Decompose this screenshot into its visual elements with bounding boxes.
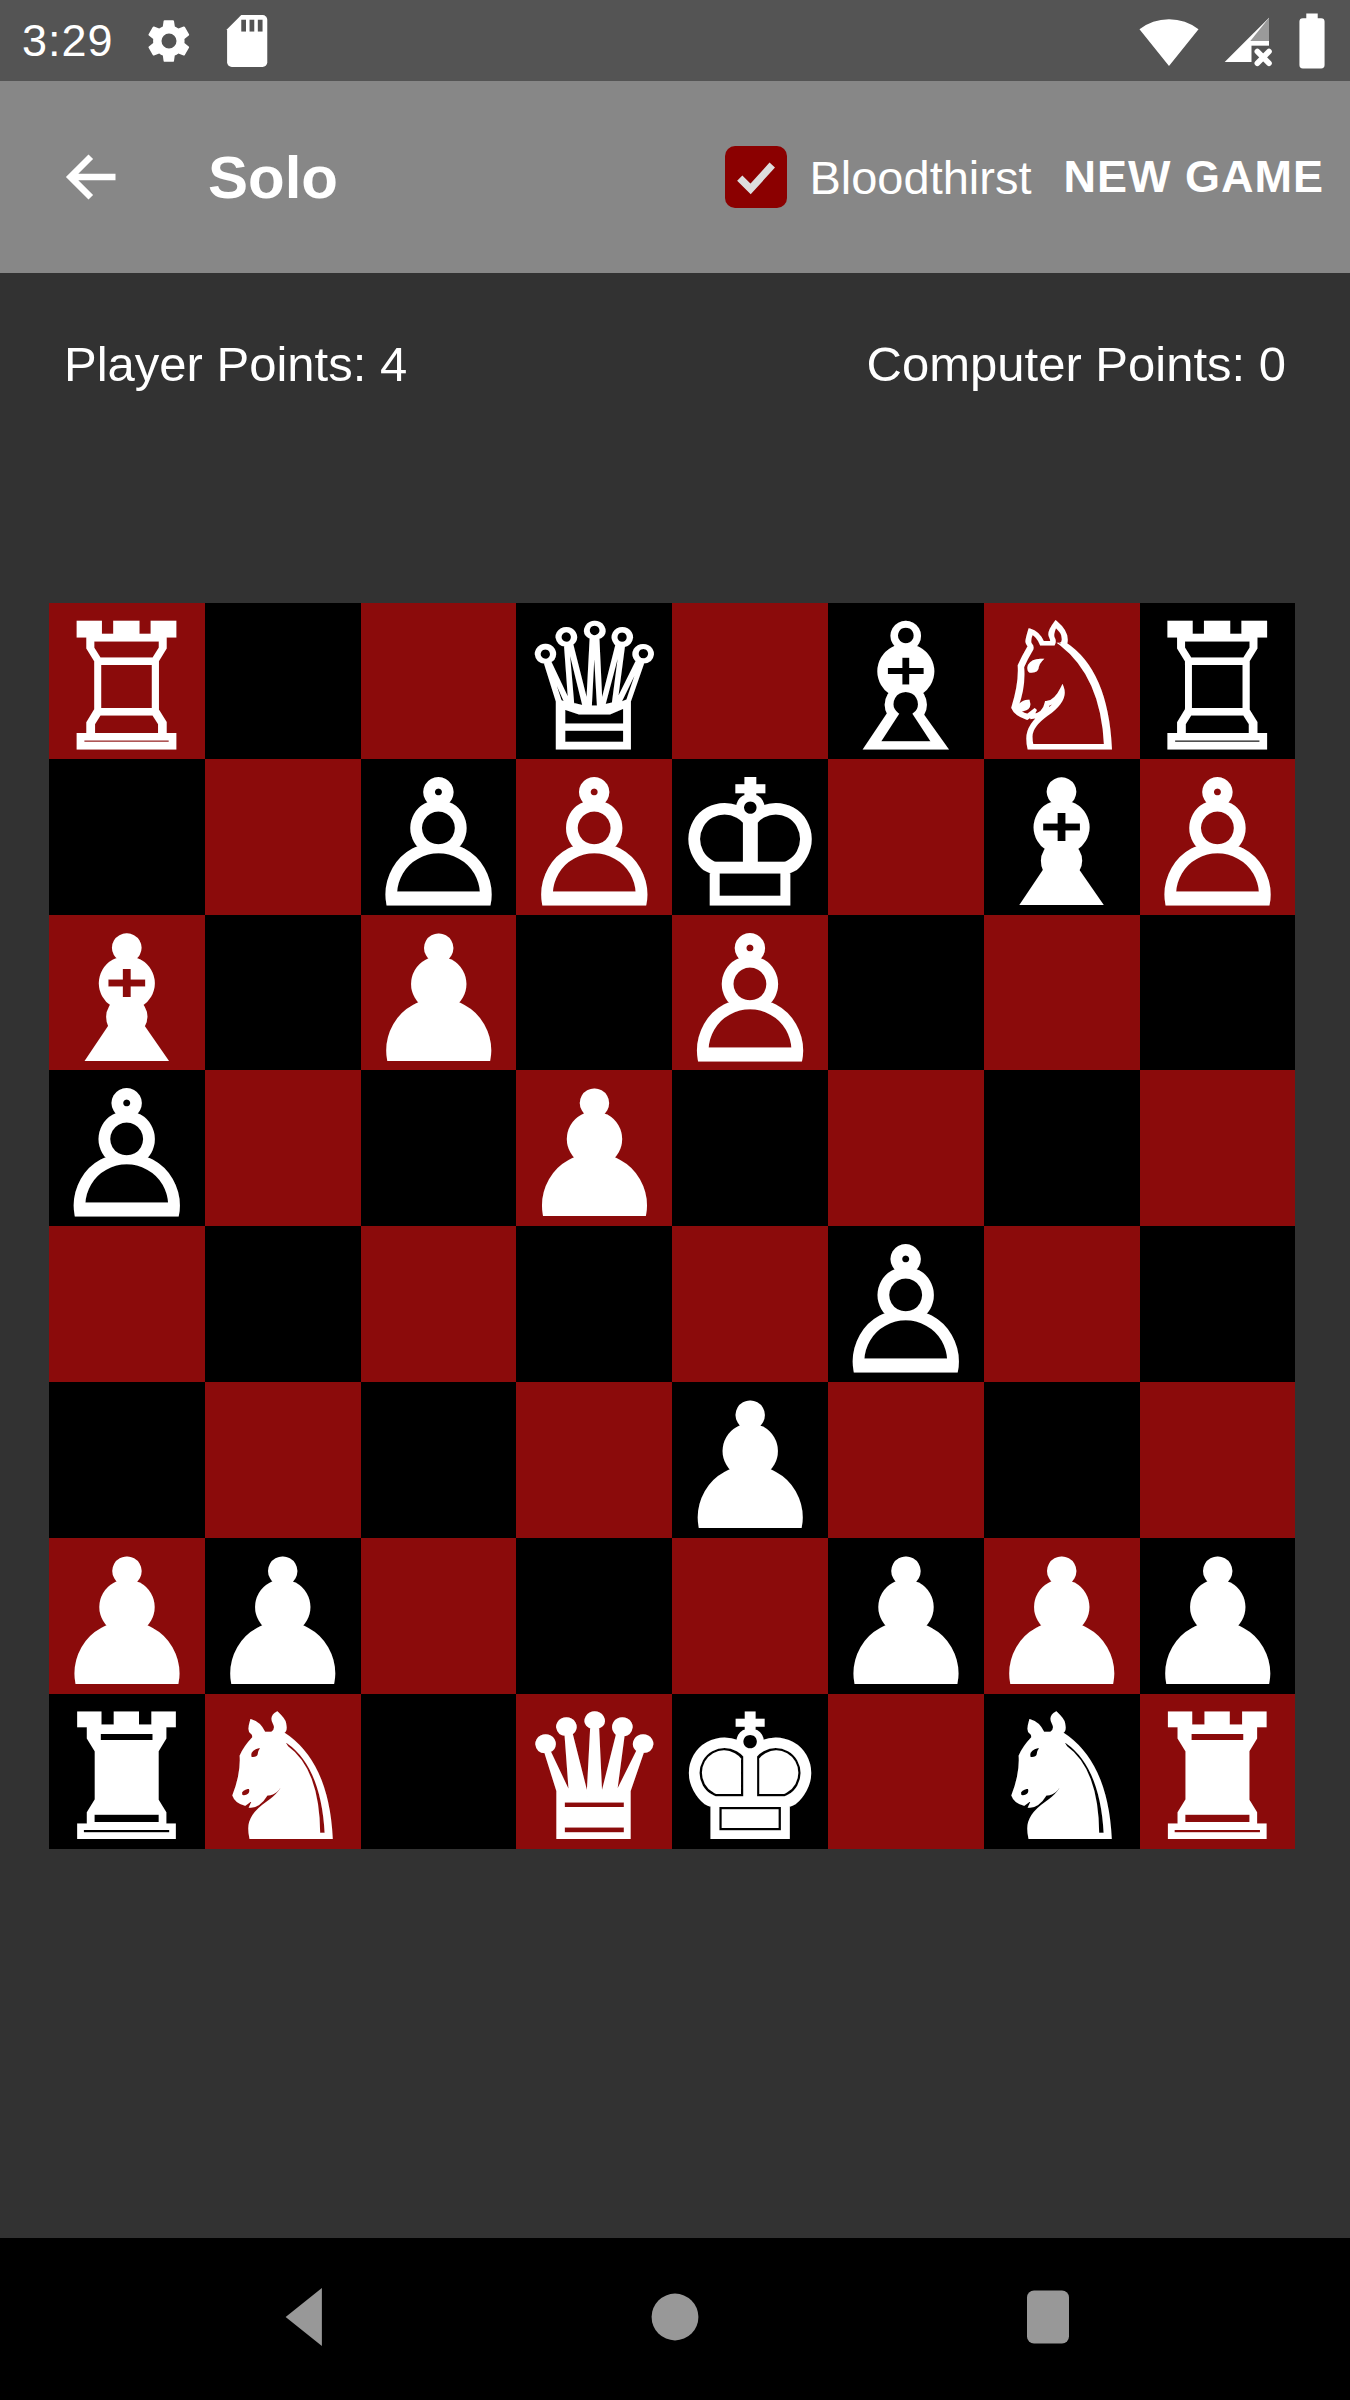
- bloodthirst-checkbox[interactable]: [725, 146, 787, 208]
- square-a7[interactable]: [49, 759, 205, 915]
- square-b4[interactable]: [205, 1226, 361, 1382]
- piece-player-knight: ♞: [206, 1693, 360, 1865]
- square-d6[interactable]: [516, 915, 672, 1071]
- square-e8[interactable]: [672, 603, 828, 759]
- square-h3[interactable]: [1140, 1382, 1296, 1538]
- square-b2[interactable]: ♟: [205, 1538, 361, 1694]
- square-f2[interactable]: ♟: [828, 1538, 984, 1694]
- square-c1[interactable]: [361, 1694, 517, 1850]
- piece-player-queen: ♛: [517, 1693, 671, 1865]
- android-nav-bar: [0, 2238, 1350, 2400]
- square-c6[interactable]: ♟: [361, 915, 517, 1071]
- piece-computer-pawn: ♙: [673, 915, 827, 1087]
- check-icon: [730, 151, 782, 203]
- square-a5[interactable]: ♙: [49, 1070, 205, 1226]
- square-a8[interactable]: ♖: [49, 603, 205, 759]
- square-h6[interactable]: [1140, 915, 1296, 1071]
- square-c8[interactable]: [361, 603, 517, 759]
- square-a6[interactable]: ♝: [49, 915, 205, 1071]
- square-g6[interactable]: [984, 915, 1140, 1071]
- square-e4[interactable]: [672, 1226, 828, 1382]
- square-f3[interactable]: [828, 1382, 984, 1538]
- piece-player-king: ♚: [673, 1693, 827, 1865]
- square-f1[interactable]: [828, 1694, 984, 1850]
- square-h2[interactable]: ♟: [1140, 1538, 1296, 1694]
- score-row: Player Points: 4 Computer Points: 0: [0, 336, 1350, 392]
- square-a4[interactable]: [49, 1226, 205, 1382]
- status-time: 3:29: [22, 15, 114, 67]
- square-c7[interactable]: ♙: [361, 759, 517, 915]
- square-b6[interactable]: [205, 915, 361, 1071]
- square-g4[interactable]: [984, 1226, 1140, 1382]
- square-d5[interactable]: ♟: [516, 1070, 672, 1226]
- square-e6[interactable]: ♙: [672, 915, 828, 1071]
- square-c3[interactable]: [361, 1382, 517, 1538]
- square-d2[interactable]: [516, 1538, 672, 1694]
- square-a3[interactable]: [49, 1382, 205, 1538]
- square-d7[interactable]: ♙: [516, 759, 672, 915]
- square-g3[interactable]: [984, 1382, 1140, 1538]
- square-b5[interactable]: [205, 1070, 361, 1226]
- piece-player-rook: ♜: [1140, 1693, 1294, 1865]
- battery-icon: [1296, 13, 1328, 69]
- wifi-icon: [1138, 16, 1200, 66]
- square-b1[interactable]: ♞: [205, 1694, 361, 1850]
- piece-player-knight: ♞: [985, 1693, 1139, 1865]
- piece-player-rook: ♜: [50, 1693, 204, 1865]
- sd-card-icon: [224, 15, 268, 67]
- square-e5[interactable]: [672, 1070, 828, 1226]
- square-a1[interactable]: ♜: [49, 1694, 205, 1850]
- piece-computer-pawn: ♙: [50, 1070, 204, 1242]
- square-d8[interactable]: ♕: [516, 603, 672, 759]
- bloodthirst-label[interactable]: Bloodthirst: [809, 150, 1031, 205]
- square-h8[interactable]: ♖: [1140, 603, 1296, 759]
- page-title: Solo: [208, 143, 338, 212]
- square-e2[interactable]: [672, 1538, 828, 1694]
- app-screen: 3:29: [0, 0, 1350, 2400]
- computer-points-label: Computer Points: 0: [867, 336, 1286, 392]
- square-c5[interactable]: [361, 1070, 517, 1226]
- square-f5[interactable]: [828, 1070, 984, 1226]
- square-h7[interactable]: ♙: [1140, 759, 1296, 915]
- piece-computer-bishop: ♗: [829, 603, 983, 775]
- square-a2[interactable]: ♟: [49, 1538, 205, 1694]
- square-d1[interactable]: ♛: [516, 1694, 672, 1850]
- settings-gear-icon: [144, 16, 194, 66]
- square-f6[interactable]: [828, 915, 984, 1071]
- square-f7[interactable]: [828, 759, 984, 915]
- square-g7[interactable]: ♝: [984, 759, 1140, 915]
- square-f8[interactable]: ♗: [828, 603, 984, 759]
- piece-computer-pawn: ♙: [829, 1226, 983, 1398]
- piece-player-pawn: ♟: [361, 915, 515, 1087]
- piece-computer-pawn: ♙: [1140, 759, 1294, 931]
- cell-signal-no-sim-icon: [1220, 13, 1276, 69]
- app-bar: Solo Bloodthirst NEW GAME: [0, 81, 1350, 273]
- piece-computer-pawn: ♙: [517, 759, 671, 931]
- piece-player-pawn: ♟: [517, 1070, 671, 1242]
- square-g8[interactable]: ♘: [984, 603, 1140, 759]
- nav-back-icon[interactable]: [281, 2288, 325, 2350]
- square-f4[interactable]: ♙: [828, 1226, 984, 1382]
- piece-player-pawn: ♟: [829, 1538, 983, 1710]
- new-game-button[interactable]: NEW GAME: [1064, 151, 1325, 203]
- chess-board: ♖♕♗♘♖♙♙♔♝♙♝♟♙♙♟♙♟♟♟♟♟♟♜♞♛♚♞♜: [49, 603, 1295, 1849]
- square-b7[interactable]: [205, 759, 361, 915]
- square-d4[interactable]: [516, 1226, 672, 1382]
- status-bar: 3:29: [0, 0, 1350, 81]
- piece-player-bishop: ♝: [985, 759, 1139, 931]
- square-h5[interactable]: [1140, 1070, 1296, 1226]
- nav-recents-icon[interactable]: [1025, 2289, 1071, 2349]
- square-d3[interactable]: [516, 1382, 672, 1538]
- square-g1[interactable]: ♞: [984, 1694, 1140, 1850]
- piece-player-pawn: ♟: [673, 1382, 827, 1554]
- square-c4[interactable]: [361, 1226, 517, 1382]
- square-h4[interactable]: [1140, 1226, 1296, 1382]
- square-e7[interactable]: ♔: [672, 759, 828, 915]
- player-points-label: Player Points: 4: [64, 336, 407, 392]
- square-h1[interactable]: ♜: [1140, 1694, 1296, 1850]
- back-arrow-icon[interactable]: [60, 146, 122, 208]
- square-g5[interactable]: [984, 1070, 1140, 1226]
- square-g2[interactable]: ♟: [984, 1538, 1140, 1694]
- square-e1[interactable]: ♚: [672, 1694, 828, 1850]
- square-b3[interactable]: [205, 1382, 361, 1538]
- piece-computer-rook: ♖: [50, 603, 204, 775]
- nav-home-icon[interactable]: [649, 2291, 701, 2347]
- square-c2[interactable]: [361, 1538, 517, 1694]
- square-b8[interactable]: [205, 603, 361, 759]
- square-e3[interactable]: ♟: [672, 1382, 828, 1538]
